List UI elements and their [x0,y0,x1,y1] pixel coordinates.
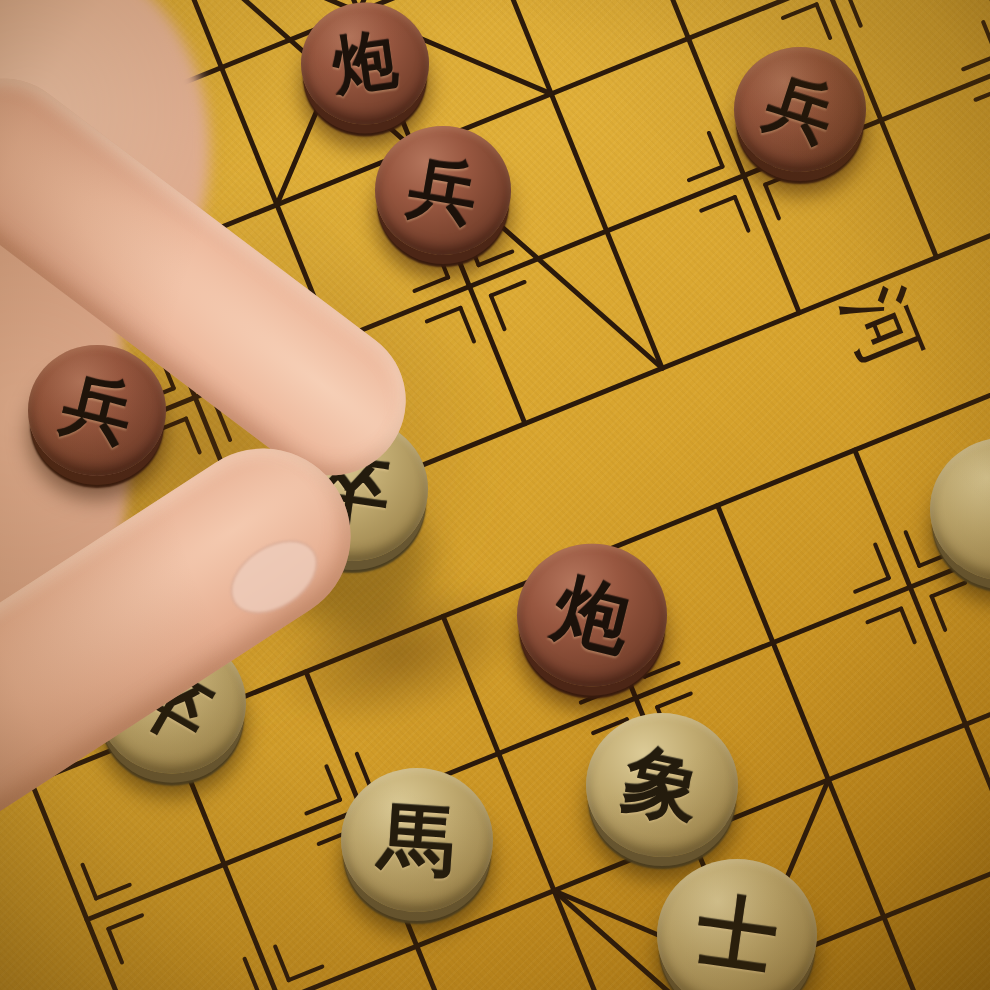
river-label: 河 [828,274,938,380]
piece-character: 炮 [329,27,401,99]
piece-character: 卒 [121,653,222,754]
piece-black-elephant[interactable]: 象 [586,713,738,857]
piece-character: 兵 [55,369,139,453]
piece-red-cannon-1[interactable]: 炮 [301,3,429,125]
piece-red-soldier-1[interactable]: 兵 [734,47,866,172]
xiangqi-photo-scene: 河 炮兵兵兵卒炮卒象馬士 [0,0,990,990]
piece-red-cannon-2[interactable]: 炮 [517,544,667,687]
piece-character: 士 [692,890,782,980]
piece-black-soldier-2[interactable]: 卒 [98,633,246,774]
piece-black-soldier-held[interactable]: 卒 [276,417,428,561]
piece-character: 象 [617,740,707,830]
piece-red-soldier-3[interactable]: 兵 [28,345,166,476]
piece-black-horse[interactable]: 馬 [341,768,493,912]
piece-character: 炮 [547,570,638,661]
piece-character: 卒 [309,446,395,532]
piece-character: 馬 [376,800,457,881]
piece-character: 兵 [404,151,483,230]
piece-character: 兵 [758,68,841,151]
piece-red-soldier-2[interactable]: 兵 [375,126,511,255]
